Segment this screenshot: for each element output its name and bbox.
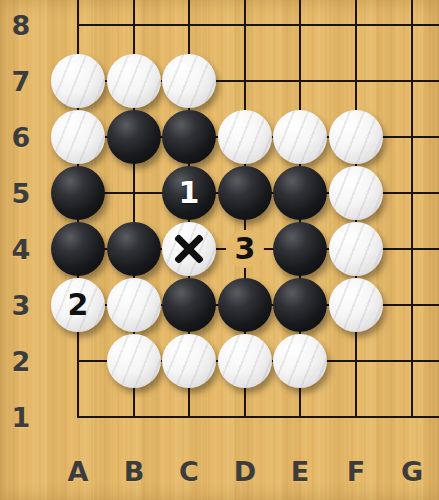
coord-label-row-7: 7: [12, 68, 31, 95]
move-number-label-2: 2: [68, 290, 89, 320]
go-stone-black-E4[interactable]: [273, 222, 327, 276]
go-stone-black-B6[interactable]: [107, 110, 161, 164]
go-board[interactable]: ABCDEFG87654321123: [0, 0, 439, 500]
go-stone-white-A6[interactable]: [51, 110, 105, 164]
coord-label-row-6: 6: [12, 124, 31, 151]
x-mark: [162, 222, 216, 276]
go-stone-white-F5[interactable]: [329, 166, 383, 220]
go-stone-black-A5[interactable]: [51, 166, 105, 220]
go-stone-white-B7[interactable]: [107, 54, 161, 108]
coord-label-column-G: G: [401, 458, 423, 485]
go-stone-black-A4[interactable]: [51, 222, 105, 276]
go-stone-white-C2[interactable]: [162, 334, 216, 388]
go-stone-white-E6[interactable]: [273, 110, 327, 164]
go-stone-white-B2[interactable]: [107, 334, 161, 388]
go-board-diagram[interactable]: ABCDEFG87654321123: [0, 0, 439, 500]
coord-label-column-B: B: [124, 458, 145, 485]
go-stone-white-F4[interactable]: [329, 222, 383, 276]
go-stone-black-E5[interactable]: [273, 166, 327, 220]
coord-label-row-2: 2: [12, 348, 31, 375]
coord-label-row-3: 3: [12, 292, 31, 319]
coord-label-row-8: 8: [12, 12, 31, 39]
coord-label-row-4: 4: [12, 236, 31, 263]
go-stone-black-B4[interactable]: [107, 222, 161, 276]
coord-label-row-5: 5: [12, 180, 31, 207]
go-stone-white-F6[interactable]: [329, 110, 383, 164]
grid-line-horizontal-8: [77, 24, 439, 26]
go-stone-white-E2[interactable]: [273, 334, 327, 388]
go-stone-black-D5[interactable]: [218, 166, 272, 220]
go-stone-white-C7[interactable]: [162, 54, 216, 108]
coord-label-column-E: E: [291, 458, 309, 485]
coord-label-row-1: 1: [12, 404, 31, 431]
go-stone-white-D6[interactable]: [218, 110, 272, 164]
go-stone-white-B3[interactable]: [107, 278, 161, 332]
move-number-label-1: 1: [179, 178, 200, 208]
coord-label-column-C: C: [179, 458, 199, 485]
go-stone-black-C6[interactable]: [162, 110, 216, 164]
grid-line-vertical-G: [411, 0, 413, 418]
coord-label-column-D: D: [234, 458, 256, 485]
go-stone-black-E3[interactable]: [273, 278, 327, 332]
move-number-label-3: 3: [226, 230, 264, 268]
go-stone-white-F3[interactable]: [329, 278, 383, 332]
grid-line-horizontal-1: [77, 416, 439, 418]
coord-label-column-F: F: [347, 458, 365, 485]
go-stone-black-C3[interactable]: [162, 278, 216, 332]
go-stone-white-D2[interactable]: [218, 334, 272, 388]
go-stone-white-A7[interactable]: [51, 54, 105, 108]
go-stone-black-D3[interactable]: [218, 278, 272, 332]
coord-label-column-A: A: [68, 458, 89, 485]
